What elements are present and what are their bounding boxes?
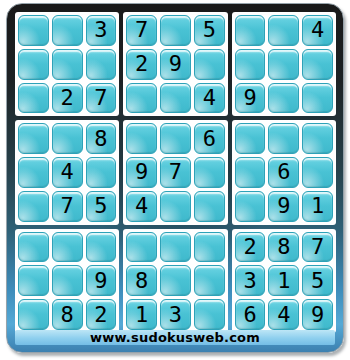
sudoku-cell-r6c1[interactable] <box>18 191 49 222</box>
sudoku-cell-r6c5[interactable] <box>160 191 191 222</box>
puzzle-card: 327752944984756974691982813287315649 www… <box>6 3 344 353</box>
sudoku-cell-r4c8[interactable] <box>268 123 299 154</box>
sudoku-cell-r8c7[interactable]: 3 <box>235 265 266 296</box>
sudoku-cell-r8c6[interactable] <box>194 265 225 296</box>
sudoku-cell-r8c1[interactable] <box>18 265 49 296</box>
sudoku-box-5: 6974 <box>123 120 227 224</box>
sudoku-cell-r5c9[interactable] <box>302 157 333 188</box>
sudoku-board: 327752944984756974691982813287315649 <box>15 12 336 333</box>
sudoku-cell-r2c7[interactable] <box>235 49 266 80</box>
sudoku-cell-r4c5[interactable] <box>160 123 191 154</box>
sudoku-cell-r8c5[interactable] <box>160 265 191 296</box>
sudoku-cell-r7c9[interactable]: 7 <box>302 232 333 263</box>
sudoku-cell-r9c2[interactable]: 8 <box>52 299 83 330</box>
sudoku-box-1: 327 <box>15 12 119 116</box>
sudoku-cell-r9c6[interactable] <box>194 299 225 330</box>
sudoku-cell-r7c2[interactable] <box>52 232 83 263</box>
sudoku-cell-r1c9[interactable]: 4 <box>302 15 333 46</box>
sudoku-cell-r6c3[interactable]: 5 <box>86 191 117 222</box>
sudoku-box-8: 813 <box>123 229 227 333</box>
sudoku-cell-r4c4[interactable] <box>126 123 157 154</box>
sudoku-cell-r9c3[interactable]: 2 <box>86 299 117 330</box>
sudoku-cell-r3c3[interactable]: 7 <box>86 83 117 114</box>
sudoku-cell-r1c7[interactable] <box>235 15 266 46</box>
sudoku-cell-r2c1[interactable] <box>18 49 49 80</box>
sudoku-cell-r9c9[interactable]: 9 <box>302 299 333 330</box>
sudoku-cell-r5c8[interactable]: 6 <box>268 157 299 188</box>
sudoku-cell-r3c6[interactable]: 4 <box>194 83 225 114</box>
sudoku-box-7: 982 <box>15 229 119 333</box>
sudoku-cell-r7c8[interactable]: 8 <box>268 232 299 263</box>
sudoku-cell-r3c8[interactable] <box>268 83 299 114</box>
sudoku-cell-r1c5[interactable] <box>160 15 191 46</box>
sudoku-cell-r2c3[interactable] <box>86 49 117 80</box>
sudoku-box-3: 49 <box>232 12 336 116</box>
sudoku-cell-r5c7[interactable] <box>235 157 266 188</box>
sudoku-cell-r5c6[interactable] <box>194 157 225 188</box>
footer-bar: www.sudokusweb.com <box>15 330 335 345</box>
sudoku-cell-r1c4[interactable]: 7 <box>126 15 157 46</box>
page: 327752944984756974691982813287315649 www… <box>0 0 350 360</box>
sudoku-cell-r1c1[interactable] <box>18 15 49 46</box>
sudoku-cell-r8c9[interactable]: 5 <box>302 265 333 296</box>
sudoku-cell-r1c3[interactable]: 3 <box>86 15 117 46</box>
sudoku-cell-r7c7[interactable]: 2 <box>235 232 266 263</box>
sudoku-cell-r7c5[interactable] <box>160 232 191 263</box>
sudoku-cell-r5c1[interactable] <box>18 157 49 188</box>
sudoku-cell-r7c1[interactable] <box>18 232 49 263</box>
sudoku-cell-r3c1[interactable] <box>18 83 49 114</box>
sudoku-cell-r5c3[interactable] <box>86 157 117 188</box>
sudoku-cell-r9c4[interactable]: 1 <box>126 299 157 330</box>
sudoku-cell-r9c8[interactable]: 4 <box>268 299 299 330</box>
sudoku-cell-r5c5[interactable]: 7 <box>160 157 191 188</box>
sudoku-cell-r3c5[interactable] <box>160 83 191 114</box>
sudoku-cell-r9c7[interactable]: 6 <box>235 299 266 330</box>
sudoku-cell-r2c4[interactable]: 2 <box>126 49 157 80</box>
sudoku-box-2: 75294 <box>123 12 227 116</box>
sudoku-box-4: 8475 <box>15 120 119 224</box>
sudoku-cell-r3c2[interactable]: 2 <box>52 83 83 114</box>
sudoku-cell-r2c6[interactable] <box>194 49 225 80</box>
sudoku-cell-r4c3[interactable]: 8 <box>86 123 117 154</box>
sudoku-cell-r1c2[interactable] <box>52 15 83 46</box>
sudoku-box-6: 691 <box>232 120 336 224</box>
sudoku-cell-r4c6[interactable]: 6 <box>194 123 225 154</box>
sudoku-cell-r6c9[interactable]: 1 <box>302 191 333 222</box>
sudoku-cell-r3c4[interactable] <box>126 83 157 114</box>
sudoku-cell-r6c6[interactable] <box>194 191 225 222</box>
sudoku-cell-r2c2[interactable] <box>52 49 83 80</box>
sudoku-cell-r7c3[interactable] <box>86 232 117 263</box>
website-url: www.sudokusweb.com <box>90 330 260 345</box>
sudoku-cell-r8c2[interactable] <box>52 265 83 296</box>
sudoku-cell-r8c3[interactable]: 9 <box>86 265 117 296</box>
sudoku-cell-r8c4[interactable]: 8 <box>126 265 157 296</box>
sudoku-cell-r7c6[interactable] <box>194 232 225 263</box>
sudoku-box-9: 287315649 <box>232 229 336 333</box>
sudoku-cell-r2c5[interactable]: 9 <box>160 49 191 80</box>
sudoku-cell-r4c2[interactable] <box>52 123 83 154</box>
sudoku-cell-r9c5[interactable]: 3 <box>160 299 191 330</box>
sudoku-cell-r7c4[interactable] <box>126 232 157 263</box>
sudoku-cell-r2c8[interactable] <box>268 49 299 80</box>
sudoku-cell-r1c6[interactable]: 5 <box>194 15 225 46</box>
sudoku-cell-r6c8[interactable]: 9 <box>268 191 299 222</box>
sudoku-cell-r5c2[interactable]: 4 <box>52 157 83 188</box>
sudoku-cell-r2c9[interactable] <box>302 49 333 80</box>
sudoku-cell-r4c1[interactable] <box>18 123 49 154</box>
sudoku-cell-r6c7[interactable] <box>235 191 266 222</box>
sudoku-cell-r8c8[interactable]: 1 <box>268 265 299 296</box>
sudoku-cell-r9c1[interactable] <box>18 299 49 330</box>
sudoku-cell-r3c9[interactable] <box>302 83 333 114</box>
sudoku-cell-r3c7[interactable]: 9 <box>235 83 266 114</box>
sudoku-cell-r5c4[interactable]: 9 <box>126 157 157 188</box>
sudoku-cell-r4c7[interactable] <box>235 123 266 154</box>
sudoku-cell-r6c2[interactable]: 7 <box>52 191 83 222</box>
sudoku-cell-r4c9[interactable] <box>302 123 333 154</box>
sudoku-cell-r6c4[interactable]: 4 <box>126 191 157 222</box>
sudoku-cell-r1c8[interactable] <box>268 15 299 46</box>
